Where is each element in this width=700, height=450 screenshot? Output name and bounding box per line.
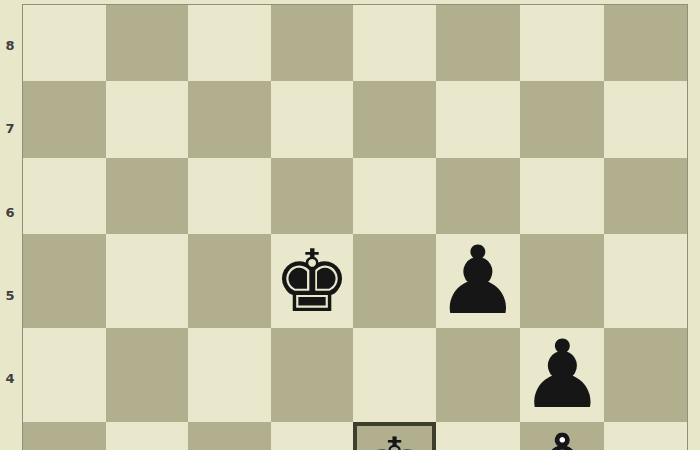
square-a4[interactable] xyxy=(23,328,106,422)
square-d8[interactable] xyxy=(271,5,354,81)
chess-board[interactable]: ♚♟♟♚♔♟♙ xyxy=(22,4,688,450)
square-e7[interactable] xyxy=(353,81,436,157)
square-f6[interactable] xyxy=(436,158,520,234)
square-c7[interactable] xyxy=(188,81,271,157)
white-pawn-outline: ♙ xyxy=(520,422,604,450)
square-a6[interactable] xyxy=(23,158,106,234)
square-a8[interactable] xyxy=(23,5,106,81)
white-pawn-g3[interactable]: ♟♙ xyxy=(520,422,604,450)
square-e8[interactable] xyxy=(353,5,436,81)
square-c6[interactable] xyxy=(188,158,271,234)
rank-label-column: 87654 xyxy=(0,0,22,450)
square-g4[interactable]: ♟ xyxy=(520,328,604,422)
black-king-d5[interactable]: ♚ xyxy=(273,238,350,324)
square-a5[interactable] xyxy=(23,234,106,328)
square-f7[interactable] xyxy=(436,81,520,157)
square-c5[interactable] xyxy=(188,234,271,328)
square-b5[interactable] xyxy=(106,234,189,328)
square-d4[interactable] xyxy=(271,328,354,422)
square-f5[interactable]: ♟ xyxy=(436,234,520,328)
square-b6[interactable] xyxy=(106,158,189,234)
square-a3[interactable] xyxy=(23,422,106,450)
square-b4[interactable] xyxy=(106,328,189,422)
rank-label-8: 8 xyxy=(0,4,20,87)
square-c8[interactable] xyxy=(188,5,271,81)
rank-label-6: 6 xyxy=(0,171,20,254)
square-g5[interactable] xyxy=(520,234,604,328)
square-h7[interactable] xyxy=(604,81,687,157)
square-h4[interactable] xyxy=(604,328,687,422)
square-g7[interactable] xyxy=(520,81,604,157)
square-g6[interactable] xyxy=(520,158,604,234)
rank-label-5: 5 xyxy=(0,254,20,337)
square-a7[interactable] xyxy=(23,81,106,157)
square-g8[interactable] xyxy=(520,5,604,81)
square-b8[interactable] xyxy=(106,5,189,81)
square-c4[interactable] xyxy=(188,328,271,422)
square-e6[interactable] xyxy=(353,158,436,234)
square-d3[interactable] xyxy=(271,422,354,450)
square-b3[interactable] xyxy=(106,422,189,450)
square-d5[interactable]: ♚ xyxy=(271,234,354,328)
square-c3[interactable] xyxy=(188,422,271,450)
square-g3[interactable]: ♟♙ xyxy=(520,422,604,450)
square-f8[interactable] xyxy=(436,5,520,81)
square-b7[interactable] xyxy=(106,81,189,157)
white-king-outline: ♔ xyxy=(356,426,433,450)
square-e5[interactable] xyxy=(353,234,436,328)
square-e4[interactable] xyxy=(353,328,436,422)
black-pawn-f5[interactable]: ♟ xyxy=(436,234,520,328)
black-pawn-g4[interactable]: ♟ xyxy=(520,328,604,422)
square-f3[interactable] xyxy=(436,422,520,450)
square-h5[interactable] xyxy=(604,234,687,328)
square-h8[interactable] xyxy=(604,5,687,81)
square-d7[interactable] xyxy=(271,81,354,157)
rank-label-7: 7 xyxy=(0,87,20,170)
rank-label-4: 4 xyxy=(0,337,20,420)
square-f4[interactable] xyxy=(436,328,520,422)
square-e3[interactable]: ♚♔ xyxy=(353,422,436,450)
chess-app-screen: 87654 ♚♟♟♚♔♟♙ xyxy=(0,0,700,450)
square-d6[interactable] xyxy=(271,158,354,234)
square-h6[interactable] xyxy=(604,158,687,234)
white-king-e3[interactable]: ♚♔ xyxy=(356,426,433,450)
square-h3[interactable] xyxy=(604,422,687,450)
